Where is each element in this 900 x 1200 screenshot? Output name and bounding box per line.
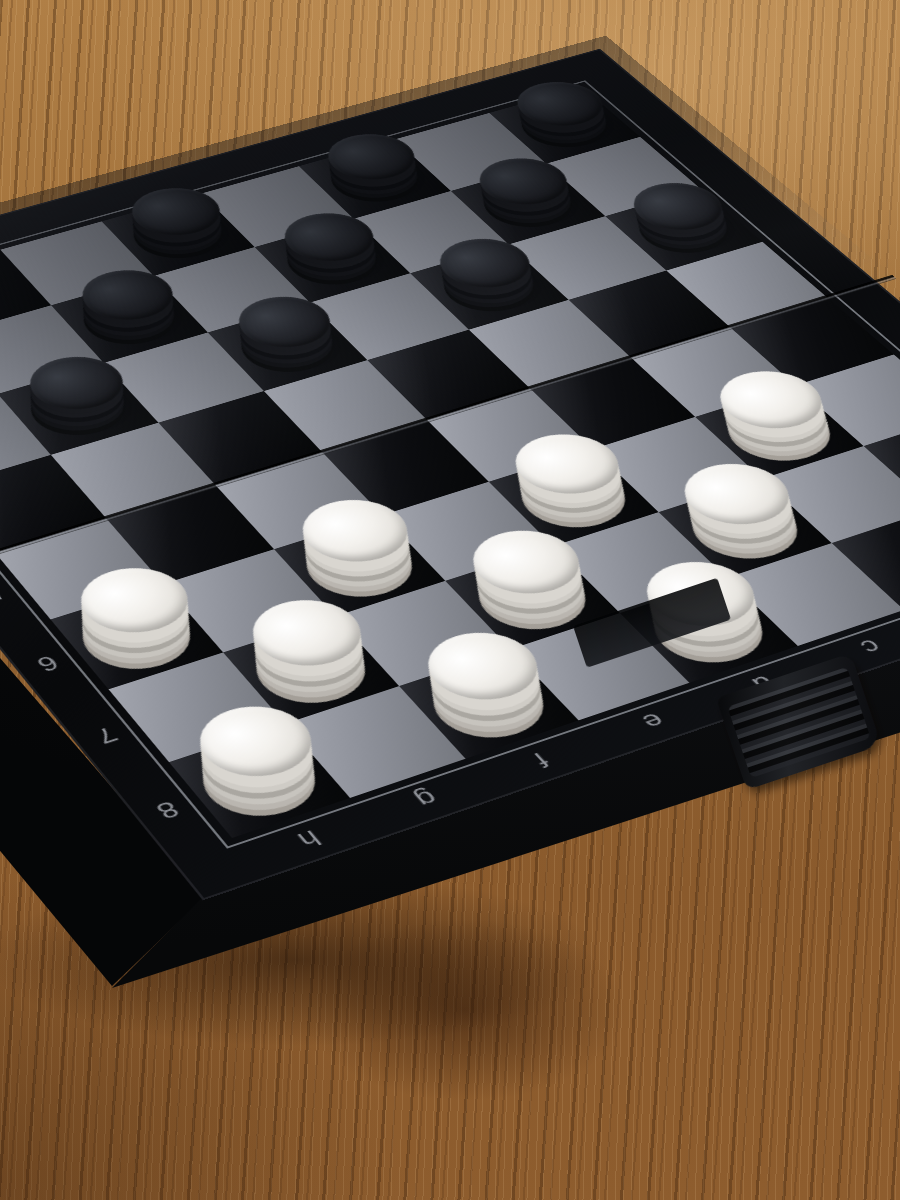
photo-viewport: 12345678 abcdefgh <box>0 0 900 1200</box>
